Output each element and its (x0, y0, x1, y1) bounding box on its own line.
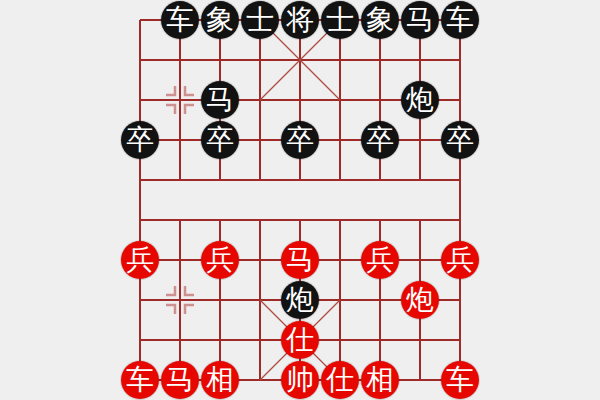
black-elephant-left[interactable]: 象 (201, 1, 239, 39)
red-horse-advanced[interactable]: 马 (281, 241, 319, 279)
xiangqi-board: 车象士将士象马车马炮卒卒卒卒卒炮兵兵马兵兵炮仕车马相帅仕相车 (0, 0, 600, 400)
black-chariot-left[interactable]: 车 (161, 1, 199, 39)
black-advisor-left[interactable]: 士 (241, 1, 279, 39)
black-cannon-left[interactable]: 炮 (281, 281, 319, 319)
black-general[interactable]: 将 (281, 1, 319, 39)
black-soldier-1[interactable]: 卒 (121, 121, 159, 159)
black-soldier-2[interactable]: 卒 (201, 121, 239, 159)
black-soldier-3[interactable]: 卒 (281, 121, 319, 159)
red-elephant-right[interactable]: 相 (361, 361, 399, 399)
red-advisor-advanced[interactable]: 仕 (281, 321, 319, 359)
board-grid[interactable]: 车象士将士象马车马炮卒卒卒卒卒炮兵兵马兵兵炮仕车马相帅仕相车 (120, 0, 480, 400)
black-cannon-right[interactable]: 炮 (401, 81, 439, 119)
black-soldier-5[interactable]: 卒 (441, 121, 479, 159)
red-chariot-left[interactable]: 车 (121, 361, 159, 399)
black-horse-left[interactable]: 马 (201, 81, 239, 119)
red-cannon-right[interactable]: 炮 (401, 281, 439, 319)
red-soldier-3[interactable]: 兵 (361, 241, 399, 279)
red-chariot-right[interactable]: 车 (441, 361, 479, 399)
red-soldier-1[interactable]: 兵 (121, 241, 159, 279)
black-advisor-right[interactable]: 士 (321, 1, 359, 39)
red-horse-left[interactable]: 马 (161, 361, 199, 399)
black-chariot-right[interactable]: 车 (441, 1, 479, 39)
black-horse-right[interactable]: 马 (401, 1, 439, 39)
red-general[interactable]: 帅 (281, 361, 319, 399)
black-elephant-right[interactable]: 象 (361, 1, 399, 39)
red-elephant-left[interactable]: 相 (201, 361, 239, 399)
black-soldier-4[interactable]: 卒 (361, 121, 399, 159)
red-advisor-right[interactable]: 仕 (321, 361, 359, 399)
red-soldier-4[interactable]: 兵 (441, 241, 479, 279)
red-soldier-2[interactable]: 兵 (201, 241, 239, 279)
